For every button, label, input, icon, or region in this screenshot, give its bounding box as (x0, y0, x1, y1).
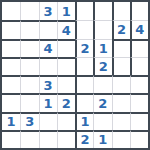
cell-r6c4: 2 (57, 93, 75, 111)
cell-r4c6: 2 (93, 57, 111, 75)
cell-r7c2: 3 (20, 112, 38, 130)
cell-r2c7: 2 (112, 20, 130, 38)
cell-r1c3: 3 (39, 2, 57, 20)
cell-r5c7[interactable] (112, 75, 130, 93)
cell-r7c7[interactable] (112, 112, 130, 130)
cell-r5c8[interactable] (130, 75, 148, 93)
cell-r7c4[interactable] (57, 112, 75, 130)
cell-r1c4: 1 (57, 2, 75, 20)
cell-r6c8[interactable] (130, 93, 148, 111)
cell-r5c4[interactable] (57, 75, 75, 93)
cell-r3c4[interactable] (57, 39, 75, 57)
cell-r3c6: 1 (93, 39, 111, 57)
cell-r8c4[interactable] (57, 130, 75, 148)
cell-r2c4: 4 (57, 20, 75, 38)
cell-r6c6: 2 (93, 93, 111, 111)
cell-r2c6[interactable] (93, 20, 111, 38)
cell-r5c6[interactable] (93, 75, 111, 93)
cell-r5c5[interactable] (75, 75, 93, 93)
cell-r4c7[interactable] (112, 57, 130, 75)
cell-r1c6[interactable] (93, 2, 111, 20)
cell-r7c6[interactable] (93, 112, 111, 130)
cell-r3c8[interactable] (130, 39, 148, 57)
cell-r2c2[interactable] (20, 20, 38, 38)
cell-r6c5[interactable] (75, 93, 93, 111)
cell-r3c7[interactable] (112, 39, 130, 57)
cell-r2c8: 4 (130, 20, 148, 38)
cell-r1c1[interactable] (2, 2, 20, 20)
cell-r6c3: 1 (39, 93, 57, 111)
cell-r2c5[interactable] (75, 20, 93, 38)
cell-r8c3[interactable] (39, 130, 57, 148)
cell-r7c8[interactable] (130, 112, 148, 130)
cell-r3c3: 4 (39, 39, 57, 57)
cell-r5c2[interactable] (20, 75, 38, 93)
cell-r6c7[interactable] (112, 93, 130, 111)
cell-r1c8[interactable] (130, 2, 148, 20)
cell-r7c5: 1 (75, 112, 93, 130)
cell-r1c2[interactable] (20, 2, 38, 20)
cell-r4c3[interactable] (39, 57, 57, 75)
cell-r1c7[interactable] (112, 2, 130, 20)
cell-r4c8[interactable] (130, 57, 148, 75)
cell-r2c3[interactable] (39, 20, 57, 38)
cell-r3c1[interactable] (2, 39, 20, 57)
puzzle-board: 314244212312213121 (0, 0, 150, 150)
cell-r2c1[interactable] (2, 20, 20, 38)
puzzle-page: 314244212312213121 (0, 0, 150, 150)
cell-r4c4[interactable] (57, 57, 75, 75)
cell-r4c1[interactable] (2, 57, 20, 75)
cell-r4c2[interactable] (20, 57, 38, 75)
cell-r6c1[interactable] (2, 93, 20, 111)
cell-r8c5: 2 (75, 130, 93, 148)
cell-r8c8[interactable] (130, 130, 148, 148)
cell-r7c3[interactable] (39, 112, 57, 130)
cell-r6c2[interactable] (20, 93, 38, 111)
cell-r8c7[interactable] (112, 130, 130, 148)
cell-r4c5[interactable] (75, 57, 93, 75)
cell-r1c5[interactable] (75, 2, 93, 20)
cell-r5c3: 3 (39, 75, 57, 93)
cell-r7c1: 1 (2, 112, 20, 130)
cell-r5c1[interactable] (2, 75, 20, 93)
cell-r8c6: 1 (93, 130, 111, 148)
cell-r3c5: 2 (75, 39, 93, 57)
cell-r8c2[interactable] (20, 130, 38, 148)
cell-r3c2[interactable] (20, 39, 38, 57)
cell-r8c1[interactable] (2, 130, 20, 148)
